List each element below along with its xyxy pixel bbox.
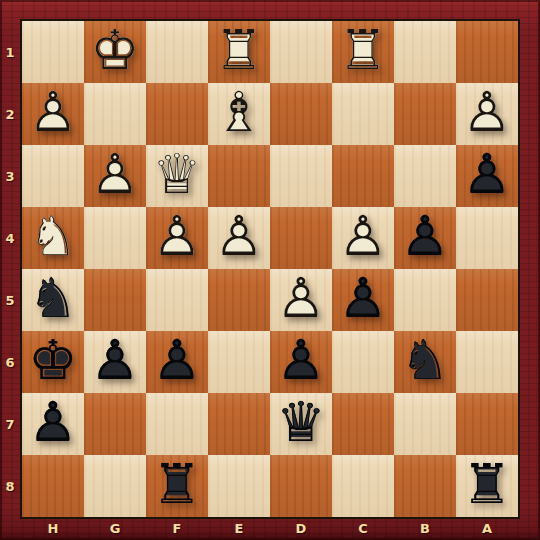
piece-outline-glyph: ♗ <box>208 81 270 143</box>
square-d5[interactable]: ♟♙ <box>270 269 332 331</box>
square-d3[interactable] <box>270 145 332 207</box>
square-h5[interactable]: ♞♘ <box>22 269 84 331</box>
file-label-b: B <box>394 517 456 540</box>
piece-outline-glyph: ♕ <box>146 143 208 205</box>
piece-outline-glyph: ♙ <box>84 329 146 391</box>
rank-label-2: 2 <box>0 83 20 145</box>
black-knight-piece[interactable]: ♞♘ <box>394 331 456 393</box>
black-king-piece[interactable]: ♚♔ <box>22 331 84 393</box>
square-g1[interactable]: ♚♔ <box>84 21 146 83</box>
piece-outline-glyph: ♙ <box>208 205 270 267</box>
square-c5[interactable]: ♟♙ <box>332 269 394 331</box>
square-h3[interactable] <box>22 145 84 207</box>
square-a2[interactable]: ♟♙ <box>456 83 518 145</box>
piece-outline-glyph: ♕ <box>270 391 332 453</box>
black-pawn-piece[interactable]: ♟♙ <box>270 331 332 393</box>
black-pawn-piece[interactable]: ♟♙ <box>84 331 146 393</box>
chess-board-frame: ♚♔♜♖♜♖♟♙♝♗♟♙♟♙♛♕♟♙♞♘♟♙♟♙♟♙♟♙♞♘♟♙♟♙♚♔♟♙♟♙… <box>0 0 540 540</box>
piece-outline-glyph: ♙ <box>22 81 84 143</box>
square-f8[interactable]: ♜♖ <box>146 455 208 517</box>
square-g6[interactable]: ♟♙ <box>84 331 146 393</box>
rank-label-4: 4 <box>0 207 20 269</box>
white-king-piece[interactable]: ♚♔ <box>84 21 146 83</box>
file-label-e: E <box>208 517 270 540</box>
piece-outline-glyph: ♙ <box>332 205 394 267</box>
square-e8[interactable] <box>208 455 270 517</box>
square-e5[interactable] <box>208 269 270 331</box>
file-label-a: A <box>456 517 518 540</box>
square-f1[interactable] <box>146 21 208 83</box>
white-pawn-piece[interactable]: ♟♙ <box>84 145 146 207</box>
square-b3[interactable] <box>394 145 456 207</box>
piece-outline-glyph: ♔ <box>22 329 84 391</box>
piece-outline-glyph: ♙ <box>270 267 332 329</box>
piece-outline-glyph: ♖ <box>332 19 394 81</box>
square-h4[interactable]: ♞♘ <box>22 207 84 269</box>
square-f2[interactable] <box>146 83 208 145</box>
piece-outline-glyph: ♙ <box>270 329 332 391</box>
square-h8[interactable] <box>22 455 84 517</box>
square-g7[interactable] <box>84 393 146 455</box>
file-label-c: C <box>332 517 394 540</box>
square-d6[interactable]: ♟♙ <box>270 331 332 393</box>
square-c4[interactable]: ♟♙ <box>332 207 394 269</box>
square-e1[interactable]: ♜♖ <box>208 21 270 83</box>
square-c2[interactable] <box>332 83 394 145</box>
square-b4[interactable]: ♟♙ <box>394 207 456 269</box>
square-a1[interactable] <box>456 21 518 83</box>
square-a3[interactable]: ♟♙ <box>456 145 518 207</box>
square-g5[interactable] <box>84 269 146 331</box>
square-d8[interactable] <box>270 455 332 517</box>
file-label-h: H <box>22 517 84 540</box>
square-a5[interactable] <box>456 269 518 331</box>
piece-outline-glyph: ♙ <box>394 205 456 267</box>
square-e2[interactable]: ♝♗ <box>208 83 270 145</box>
board: ♚♔♜♖♜♖♟♙♝♗♟♙♟♙♛♕♟♙♞♘♟♙♟♙♟♙♟♙♞♘♟♙♟♙♚♔♟♙♟♙… <box>20 19 520 519</box>
white-pawn-piece[interactable]: ♟♙ <box>208 207 270 269</box>
black-rook-piece[interactable]: ♜♖ <box>146 455 208 517</box>
square-b8[interactable] <box>394 455 456 517</box>
square-b6[interactable]: ♞♘ <box>394 331 456 393</box>
square-b1[interactable] <box>394 21 456 83</box>
square-f5[interactable] <box>146 269 208 331</box>
piece-outline-glyph: ♖ <box>208 19 270 81</box>
piece-outline-glyph: ♙ <box>456 143 518 205</box>
white-pawn-piece[interactable]: ♟♙ <box>332 207 394 269</box>
square-h7[interactable]: ♟♙ <box>22 393 84 455</box>
square-e6[interactable] <box>208 331 270 393</box>
piece-outline-glyph: ♙ <box>456 81 518 143</box>
square-f7[interactable] <box>146 393 208 455</box>
rank-label-3: 3 <box>0 145 20 207</box>
square-g8[interactable] <box>84 455 146 517</box>
white-knight-piece[interactable]: ♞♘ <box>22 207 84 269</box>
square-h2[interactable]: ♟♙ <box>22 83 84 145</box>
square-d4[interactable] <box>270 207 332 269</box>
white-pawn-piece[interactable]: ♟♙ <box>456 83 518 145</box>
piece-outline-glyph: ♙ <box>146 329 208 391</box>
black-rook-piece[interactable]: ♜♖ <box>456 455 518 517</box>
piece-outline-glyph: ♙ <box>332 267 394 329</box>
square-f3[interactable]: ♛♕ <box>146 145 208 207</box>
square-g4[interactable] <box>84 207 146 269</box>
square-e4[interactable]: ♟♙ <box>208 207 270 269</box>
black-pawn-piece[interactable]: ♟♙ <box>456 145 518 207</box>
piece-outline-glyph: ♔ <box>84 19 146 81</box>
square-a7[interactable] <box>456 393 518 455</box>
rank-label-5: 5 <box>0 269 20 331</box>
square-b2[interactable] <box>394 83 456 145</box>
black-pawn-piece[interactable]: ♟♙ <box>394 207 456 269</box>
file-label-d: D <box>270 517 332 540</box>
square-d2[interactable] <box>270 83 332 145</box>
white-pawn-piece[interactable]: ♟♙ <box>270 269 332 331</box>
square-d7[interactable]: ♛♕ <box>270 393 332 455</box>
square-f4[interactable]: ♟♙ <box>146 207 208 269</box>
white-bishop-piece[interactable]: ♝♗ <box>208 83 270 145</box>
square-a4[interactable] <box>456 207 518 269</box>
square-h1[interactable] <box>22 21 84 83</box>
rank-label-6: 6 <box>0 331 20 393</box>
square-g3[interactable]: ♟♙ <box>84 145 146 207</box>
white-pawn-piece[interactable]: ♟♙ <box>146 207 208 269</box>
square-c1[interactable]: ♜♖ <box>332 21 394 83</box>
piece-outline-glyph: ♖ <box>456 453 518 515</box>
rank-label-1: 1 <box>0 21 20 83</box>
square-b5[interactable] <box>394 269 456 331</box>
piece-outline-glyph: ♖ <box>146 453 208 515</box>
square-b7[interactable] <box>394 393 456 455</box>
piece-outline-glyph: ♘ <box>22 267 84 329</box>
piece-outline-glyph: ♘ <box>394 329 456 391</box>
white-rook-piece[interactable]: ♜♖ <box>332 21 394 83</box>
rank-label-8: 8 <box>0 455 20 517</box>
piece-outline-glyph: ♘ <box>22 205 84 267</box>
file-label-f: F <box>146 517 208 540</box>
piece-outline-glyph: ♙ <box>22 391 84 453</box>
square-c6[interactable] <box>332 331 394 393</box>
square-d1[interactable] <box>270 21 332 83</box>
square-c8[interactable] <box>332 455 394 517</box>
piece-outline-glyph: ♙ <box>146 205 208 267</box>
rank-label-7: 7 <box>0 393 20 455</box>
square-g2[interactable] <box>84 83 146 145</box>
file-label-g: G <box>84 517 146 540</box>
black-pawn-piece[interactable]: ♟♙ <box>146 331 208 393</box>
square-f6[interactable]: ♟♙ <box>146 331 208 393</box>
piece-outline-glyph: ♙ <box>84 143 146 205</box>
square-a8[interactable]: ♜♖ <box>456 455 518 517</box>
square-e3[interactable] <box>208 145 270 207</box>
white-rook-piece[interactable]: ♜♖ <box>208 21 270 83</box>
white-queen-piece[interactable]: ♛♕ <box>146 145 208 207</box>
white-pawn-piece[interactable]: ♟♙ <box>22 83 84 145</box>
square-e7[interactable] <box>208 393 270 455</box>
black-pawn-piece[interactable]: ♟♙ <box>22 393 84 455</box>
square-c3[interactable] <box>332 145 394 207</box>
square-a6[interactable] <box>456 331 518 393</box>
black-pawn-piece[interactable]: ♟♙ <box>332 269 394 331</box>
black-queen-piece[interactable]: ♛♕ <box>270 393 332 455</box>
square-c7[interactable] <box>332 393 394 455</box>
black-knight-piece[interactable]: ♞♘ <box>22 269 84 331</box>
square-h6[interactable]: ♚♔ <box>22 331 84 393</box>
